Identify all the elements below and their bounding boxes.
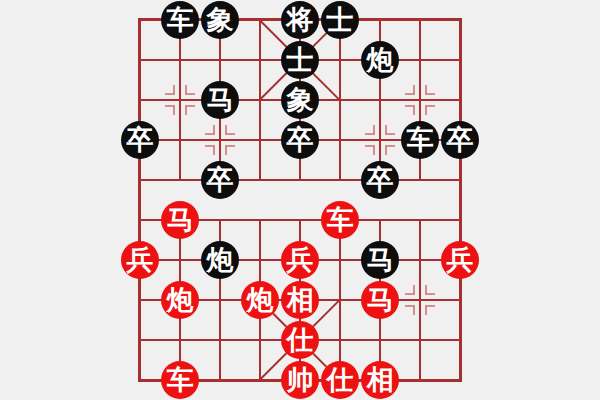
point-marker-bracket [225, 125, 235, 135]
piece-black-elephant[interactable]: 象 [201, 1, 239, 39]
piece-red-elephant[interactable]: 相 [281, 281, 319, 319]
piece-glyph: 车 [167, 367, 194, 394]
point-marker-bracket [165, 85, 175, 95]
piece-red-general[interactable]: 帅 [281, 361, 319, 399]
point-marker-bracket [425, 105, 435, 115]
point-marker-bracket [405, 285, 415, 295]
point-marker-bracket [185, 85, 195, 95]
piece-glyph: 象 [287, 87, 314, 114]
grid-line-vertical [139, 19, 141, 381]
point-marker-bracket [165, 105, 175, 115]
piece-glyph: 士 [327, 7, 354, 34]
piece-glyph: 车 [407, 127, 434, 154]
piece-black-advisor[interactable]: 士 [321, 1, 359, 39]
grid-line-vertical [419, 219, 421, 381]
piece-black-horse[interactable]: 马 [201, 81, 239, 119]
piece-black-soldier[interactable]: 卒 [441, 121, 479, 159]
point-marker-bracket [205, 145, 215, 155]
piece-red-advisor[interactable]: 仕 [281, 321, 319, 359]
piece-glyph: 卒 [207, 167, 234, 194]
piece-red-soldier[interactable]: 兵 [441, 241, 479, 279]
piece-red-elephant[interactable]: 相 [361, 361, 399, 399]
piece-red-cannon[interactable]: 炮 [241, 281, 279, 319]
piece-glyph: 马 [207, 87, 234, 114]
point-marker-bracket [425, 285, 435, 295]
piece-glyph: 卒 [127, 127, 154, 154]
piece-black-soldier[interactable]: 卒 [281, 121, 319, 159]
piece-black-soldier[interactable]: 卒 [361, 161, 399, 199]
point-marker-bracket [385, 145, 395, 155]
point-marker-bracket [405, 85, 415, 95]
grid-line-vertical [459, 19, 461, 381]
piece-red-horse[interactable]: 马 [361, 281, 399, 319]
piece-glyph: 士 [287, 47, 314, 74]
piece-glyph: 马 [367, 287, 394, 314]
piece-glyph: 帅 [287, 367, 314, 394]
piece-glyph: 卒 [367, 167, 394, 194]
piece-glyph: 仕 [287, 327, 314, 354]
piece-glyph: 炮 [207, 247, 234, 274]
piece-glyph: 兵 [287, 247, 314, 274]
point-marker-bracket [425, 305, 435, 315]
piece-glyph: 炮 [247, 287, 274, 314]
piece-red-rook[interactable]: 车 [161, 361, 199, 399]
piece-black-rook[interactable]: 车 [401, 121, 439, 159]
piece-black-horse[interactable]: 马 [361, 241, 399, 279]
point-marker-bracket [185, 105, 195, 115]
xiangqi-board-screenshot: 车象将士士炮马象卒卒车卒卒卒马车兵炮兵马兵炮炮相马仕车帅仕相 [0, 0, 600, 400]
piece-glyph: 兵 [447, 247, 474, 274]
point-marker-bracket [385, 125, 395, 135]
piece-glyph: 车 [167, 7, 194, 34]
point-marker-bracket [205, 125, 215, 135]
point-marker-bracket [365, 145, 375, 155]
piece-black-cannon[interactable]: 炮 [361, 41, 399, 79]
point-marker-bracket [225, 145, 235, 155]
piece-glyph: 相 [367, 367, 394, 394]
piece-black-soldier[interactable]: 卒 [121, 121, 159, 159]
piece-glyph: 炮 [367, 47, 394, 74]
point-marker-bracket [425, 85, 435, 95]
piece-red-horse[interactable]: 马 [161, 201, 199, 239]
point-marker-bracket [405, 305, 415, 315]
piece-red-rook[interactable]: 车 [321, 201, 359, 239]
grid-line-vertical [179, 19, 181, 181]
piece-glyph: 象 [207, 7, 234, 34]
piece-black-general[interactable]: 将 [281, 1, 319, 39]
piece-black-advisor[interactable]: 士 [281, 41, 319, 79]
piece-red-cannon[interactable]: 炮 [161, 281, 199, 319]
piece-red-soldier[interactable]: 兵 [281, 241, 319, 279]
piece-glyph: 车 [327, 207, 354, 234]
piece-red-soldier[interactable]: 兵 [121, 241, 159, 279]
piece-glyph: 炮 [167, 287, 194, 314]
piece-glyph: 仕 [327, 367, 354, 394]
piece-glyph: 卒 [447, 127, 474, 154]
piece-black-elephant[interactable]: 象 [281, 81, 319, 119]
piece-glyph: 马 [367, 247, 394, 274]
piece-glyph: 将 [287, 7, 314, 34]
piece-red-advisor[interactable]: 仕 [321, 361, 359, 399]
piece-black-cannon[interactable]: 炮 [201, 241, 239, 279]
piece-glyph: 兵 [127, 247, 154, 274]
piece-black-soldier[interactable]: 卒 [201, 161, 239, 199]
piece-glyph: 卒 [287, 127, 314, 154]
piece-black-rook[interactable]: 车 [161, 1, 199, 39]
piece-glyph: 马 [167, 207, 194, 234]
point-marker-bracket [405, 105, 415, 115]
piece-glyph: 相 [287, 287, 314, 314]
point-marker-bracket [365, 125, 375, 135]
